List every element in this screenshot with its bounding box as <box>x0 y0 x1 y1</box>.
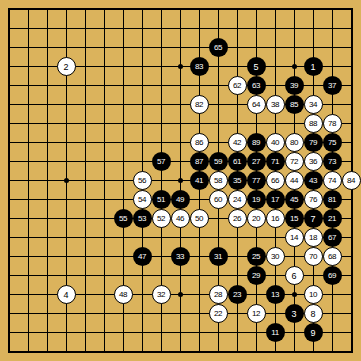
move-number: 83 <box>195 63 203 71</box>
stone-white-12: 12 <box>247 304 266 323</box>
stone-white-70: 70 <box>304 247 323 266</box>
stone-black-33: 33 <box>171 247 190 266</box>
move-number: 61 <box>233 158 241 166</box>
move-number: 75 <box>328 139 336 147</box>
move-number: 24 <box>233 196 241 204</box>
stone-white-22: 22 <box>209 304 228 323</box>
stone-black-57: 57 <box>152 152 171 171</box>
move-number: 49 <box>176 196 184 204</box>
stone-black-47: 47 <box>133 247 152 266</box>
move-number: 19 <box>252 196 260 204</box>
move-number: 62 <box>233 82 241 90</box>
stone-white-64: 64 <box>247 95 266 114</box>
stone-black-89: 89 <box>247 133 266 152</box>
stone-black-53: 53 <box>133 209 152 228</box>
stone-black-1: 1 <box>304 57 323 76</box>
star-point <box>292 64 297 69</box>
stone-black-35: 35 <box>228 171 247 190</box>
move-number: 86 <box>195 139 203 147</box>
move-number: 77 <box>252 177 260 185</box>
move-number: 3 <box>291 309 296 318</box>
move-number: 54 <box>138 196 146 204</box>
stone-black-11: 11 <box>266 323 285 342</box>
move-number: 14 <box>290 234 298 242</box>
stone-black-69: 69 <box>323 266 342 285</box>
move-number: 15 <box>290 215 298 223</box>
move-number: 20 <box>252 215 260 223</box>
move-number: 27 <box>252 158 260 166</box>
move-number: 45 <box>290 196 298 204</box>
stone-black-59: 59 <box>209 152 228 171</box>
move-number: 32 <box>157 291 165 299</box>
stone-white-28: 28 <box>209 285 228 304</box>
stone-black-83: 83 <box>190 57 209 76</box>
stone-white-56: 56 <box>133 171 152 190</box>
stone-white-68: 68 <box>323 247 342 266</box>
stone-white-44: 44 <box>285 171 304 190</box>
stone-black-25: 25 <box>247 247 266 266</box>
move-number: 74 <box>328 177 336 185</box>
stone-black-79: 79 <box>304 133 323 152</box>
move-number: 2 <box>63 62 68 71</box>
stone-black-77: 77 <box>247 171 266 190</box>
stone-black-13: 13 <box>266 285 285 304</box>
stone-white-42: 42 <box>228 133 247 152</box>
stone-white-88: 88 <box>304 114 323 133</box>
stone-white-8: 8 <box>304 304 323 323</box>
move-number: 33 <box>176 253 184 261</box>
stone-white-14: 14 <box>285 228 304 247</box>
move-number: 11 <box>271 329 278 337</box>
move-number: 73 <box>328 158 336 166</box>
move-number: 37 <box>328 82 336 90</box>
move-number: 53 <box>138 215 146 223</box>
move-number: 47 <box>138 253 146 261</box>
stone-white-10: 10 <box>304 285 323 304</box>
move-number: 18 <box>309 234 317 242</box>
stone-white-84: 84 <box>342 171 361 190</box>
move-number: 35 <box>233 177 241 185</box>
stone-white-48: 48 <box>114 285 133 304</box>
star-point <box>178 292 183 297</box>
move-number: 78 <box>328 120 336 128</box>
move-number: 56 <box>138 177 146 185</box>
stone-black-5: 5 <box>247 57 266 76</box>
stone-black-19: 19 <box>247 190 266 209</box>
stone-black-75: 75 <box>323 133 342 152</box>
move-number: 50 <box>195 215 203 223</box>
move-number: 66 <box>271 177 279 185</box>
move-number: 55 <box>119 215 127 223</box>
move-number: 82 <box>195 101 203 109</box>
stone-white-6: 6 <box>285 266 304 285</box>
stone-black-51: 51 <box>152 190 171 209</box>
stone-white-76: 76 <box>304 190 323 209</box>
move-number: 8 <box>310 309 315 318</box>
stone-white-78: 78 <box>323 114 342 133</box>
stone-black-71: 71 <box>266 152 285 171</box>
move-number: 22 <box>214 310 222 318</box>
move-number: 69 <box>328 272 336 280</box>
move-number: 7 <box>310 214 315 223</box>
go-board: 1234567891011121314151617181920212223242… <box>0 0 361 361</box>
stone-black-9: 9 <box>304 323 323 342</box>
move-number: 26 <box>233 215 241 223</box>
star-point <box>178 64 183 69</box>
move-number: 21 <box>328 215 336 223</box>
stone-black-45: 45 <box>285 190 304 209</box>
stone-white-58: 58 <box>209 171 228 190</box>
move-number: 5 <box>253 62 258 71</box>
move-number: 63 <box>252 82 260 90</box>
move-number: 13 <box>271 291 279 299</box>
move-number: 60 <box>214 196 222 204</box>
move-number: 67 <box>328 234 336 242</box>
stone-black-55: 55 <box>114 209 133 228</box>
stone-black-39: 39 <box>285 76 304 95</box>
move-number: 46 <box>176 215 184 223</box>
stone-black-81: 81 <box>323 190 342 209</box>
stone-white-74: 74 <box>323 171 342 190</box>
stone-black-23: 23 <box>228 285 247 304</box>
move-number: 25 <box>252 253 260 261</box>
stone-white-2: 2 <box>57 57 76 76</box>
stone-black-63: 63 <box>247 76 266 95</box>
stone-white-50: 50 <box>190 209 209 228</box>
stone-white-32: 32 <box>152 285 171 304</box>
move-number: 65 <box>214 44 222 52</box>
move-number: 72 <box>290 158 298 166</box>
move-number: 80 <box>290 139 298 147</box>
stone-white-20: 20 <box>247 209 266 228</box>
stone-black-15: 15 <box>285 209 304 228</box>
stone-black-3: 3 <box>285 304 304 323</box>
move-number: 40 <box>271 139 279 147</box>
stone-white-52: 52 <box>152 209 171 228</box>
stone-white-40: 40 <box>266 133 285 152</box>
star-point <box>178 178 183 183</box>
move-number: 89 <box>252 139 260 147</box>
stone-white-80: 80 <box>285 133 304 152</box>
stone-white-4: 4 <box>57 285 76 304</box>
move-number: 87 <box>195 158 203 166</box>
stone-white-18: 18 <box>304 228 323 247</box>
stone-black-7: 7 <box>304 209 323 228</box>
move-number: 71 <box>271 158 279 166</box>
move-number: 39 <box>290 82 298 90</box>
move-number: 84 <box>347 177 355 185</box>
stone-white-36: 36 <box>304 152 323 171</box>
move-number: 44 <box>290 177 298 185</box>
move-number: 12 <box>252 310 260 318</box>
star-point <box>292 292 297 297</box>
move-number: 30 <box>271 253 279 261</box>
stone-black-49: 49 <box>171 190 190 209</box>
move-number: 34 <box>309 101 317 109</box>
move-number: 4 <box>63 290 68 299</box>
move-number: 9 <box>310 328 315 337</box>
move-number: 64 <box>252 101 260 109</box>
stone-black-61: 61 <box>228 152 247 171</box>
move-number: 88 <box>309 120 317 128</box>
stone-black-85: 85 <box>285 95 304 114</box>
move-number: 42 <box>233 139 241 147</box>
stone-white-38: 38 <box>266 95 285 114</box>
grid-line-horizontal <box>10 332 351 333</box>
move-number: 51 <box>157 196 165 204</box>
move-number: 52 <box>157 215 165 223</box>
stone-white-24: 24 <box>228 190 247 209</box>
stone-white-34: 34 <box>304 95 323 114</box>
stone-white-82: 82 <box>190 95 209 114</box>
move-number: 38 <box>271 101 279 109</box>
stone-black-29: 29 <box>247 266 266 285</box>
move-number: 28 <box>214 291 222 299</box>
move-number: 48 <box>119 291 127 299</box>
stone-black-21: 21 <box>323 209 342 228</box>
stone-black-41: 41 <box>190 171 209 190</box>
move-number: 70 <box>309 253 317 261</box>
stone-white-16: 16 <box>266 209 285 228</box>
move-number: 17 <box>271 196 279 204</box>
move-number: 58 <box>214 177 222 185</box>
move-number: 6 <box>291 271 296 280</box>
stone-white-54: 54 <box>133 190 152 209</box>
move-number: 36 <box>309 158 317 166</box>
move-number: 41 <box>195 177 203 185</box>
stone-black-67: 67 <box>323 228 342 247</box>
stone-black-73: 73 <box>323 152 342 171</box>
move-number: 79 <box>309 139 317 147</box>
move-number: 1 <box>310 62 315 71</box>
move-number: 57 <box>157 158 165 166</box>
stone-white-60: 60 <box>209 190 228 209</box>
move-number: 23 <box>233 291 241 299</box>
stone-white-26: 26 <box>228 209 247 228</box>
stone-black-87: 87 <box>190 152 209 171</box>
move-number: 31 <box>214 253 222 261</box>
stone-black-37: 37 <box>323 76 342 95</box>
stone-white-72: 72 <box>285 152 304 171</box>
stone-white-66: 66 <box>266 171 285 190</box>
move-number: 85 <box>290 101 298 109</box>
move-number: 29 <box>252 272 260 280</box>
stone-white-86: 86 <box>190 133 209 152</box>
move-number: 43 <box>309 177 317 185</box>
stone-black-27: 27 <box>247 152 266 171</box>
move-number: 68 <box>328 253 336 261</box>
go-kifu-diagram: 1234567891011121314151617181920212223242… <box>0 0 361 361</box>
move-number: 59 <box>214 158 222 166</box>
stone-black-31: 31 <box>209 247 228 266</box>
move-number: 16 <box>271 215 279 223</box>
stone-white-62: 62 <box>228 76 247 95</box>
stone-black-17: 17 <box>266 190 285 209</box>
stone-black-43: 43 <box>304 171 323 190</box>
star-point <box>64 178 69 183</box>
move-number: 10 <box>309 291 317 299</box>
stone-white-46: 46 <box>171 209 190 228</box>
stone-white-30: 30 <box>266 247 285 266</box>
move-number: 81 <box>328 196 336 204</box>
stone-black-65: 65 <box>209 38 228 57</box>
move-number: 76 <box>309 196 317 204</box>
